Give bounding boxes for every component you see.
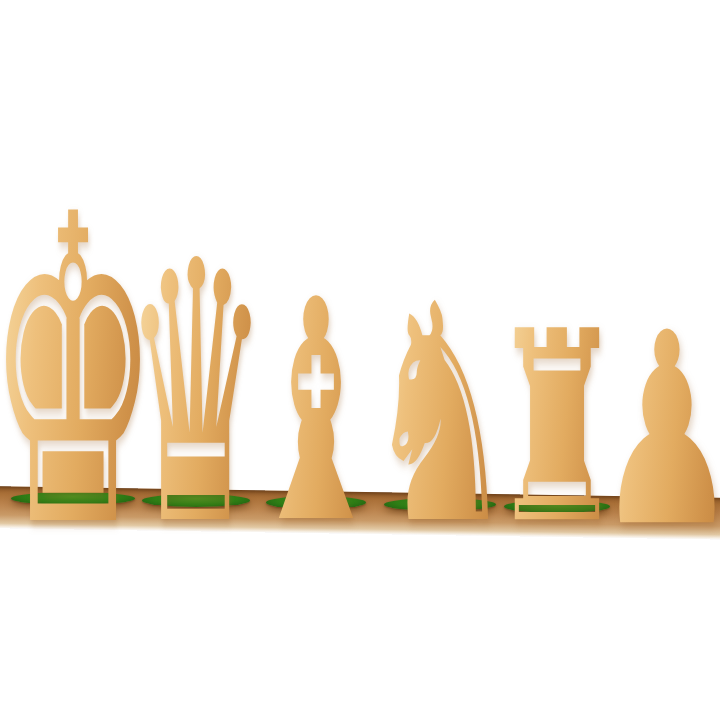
pawn-icon: ♟ [596,298,720,563]
piece-knight: ♞ [382,291,498,511]
piece-queen: ♛ [140,243,252,507]
chess-pieces-photo: ♚ ♛ ♝ ♞ ♜ ♟ [0,0,720,720]
piece-pawn: ♟ [622,343,712,515]
piece-king: ♚ [8,195,138,505]
piece-bishop: ♝ [264,285,368,509]
